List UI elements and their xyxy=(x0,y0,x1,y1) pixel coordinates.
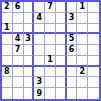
sudoku-cell-empty[interactable] xyxy=(2,34,13,45)
sudoku-cell-empty[interactable] xyxy=(56,88,67,99)
sudoku-cell-empty[interactable] xyxy=(56,45,67,56)
sudoku-cell-empty[interactable] xyxy=(34,45,45,56)
sudoku-cell-empty[interactable] xyxy=(77,77,88,88)
sudoku-cell-empty[interactable] xyxy=(88,67,99,78)
sudoku-cell-empty[interactable] xyxy=(13,67,24,78)
sudoku-cell-empty[interactable] xyxy=(56,67,67,78)
sudoku-cell-empty[interactable] xyxy=(56,13,67,24)
sudoku-cell-given: 1 xyxy=(2,24,13,35)
sudoku-cell-empty[interactable] xyxy=(34,34,45,45)
sudoku-cell-empty[interactable] xyxy=(88,2,99,13)
sudoku-cell-empty[interactable] xyxy=(45,34,56,45)
sudoku-cell-empty[interactable] xyxy=(45,45,56,56)
sudoku-cell-empty[interactable] xyxy=(77,45,88,56)
sudoku-cell-empty[interactable] xyxy=(2,88,13,99)
sudoku-cell-empty[interactable] xyxy=(56,56,67,67)
sudoku-cell-given: 3 xyxy=(67,13,78,24)
sudoku-cell-empty[interactable] xyxy=(2,45,13,56)
sudoku-cell-given: 8 xyxy=(2,67,13,78)
sudoku-cell-empty[interactable] xyxy=(34,56,45,67)
sudoku-cell-empty[interactable] xyxy=(67,24,78,35)
sudoku-cell-empty[interactable] xyxy=(24,67,35,78)
sudoku-cell-given: 1 xyxy=(45,56,56,67)
sudoku-cell-empty[interactable] xyxy=(2,77,13,88)
sudoku-cell-empty[interactable] xyxy=(88,24,99,35)
sudoku-cell-empty[interactable] xyxy=(45,77,56,88)
sudoku-cell-empty[interactable] xyxy=(77,88,88,99)
sudoku-cell-empty[interactable] xyxy=(13,56,24,67)
sudoku-cell-empty[interactable] xyxy=(24,13,35,24)
sudoku-cell-empty[interactable] xyxy=(77,13,88,24)
sudoku-cell-empty[interactable] xyxy=(88,45,99,56)
sudoku-cell-given: 2 xyxy=(2,2,13,13)
sudoku-cell-empty[interactable] xyxy=(56,77,67,88)
sudoku-cell-given: 3 xyxy=(34,77,45,88)
sudoku-cell-empty[interactable] xyxy=(24,24,35,35)
sudoku-cell-empty[interactable] xyxy=(77,24,88,35)
sudoku-cell-empty[interactable] xyxy=(67,56,78,67)
sudoku-cell-empty[interactable] xyxy=(13,13,24,24)
sudoku-cell-empty[interactable] xyxy=(56,34,67,45)
sudoku-cell-empty[interactable] xyxy=(13,88,24,99)
sudoku-cell-empty[interactable] xyxy=(88,56,99,67)
sudoku-cell-empty[interactable] xyxy=(24,45,35,56)
sudoku-cell-empty[interactable] xyxy=(45,24,56,35)
sudoku-cell-given: 6 xyxy=(67,45,78,56)
sudoku-cell-empty[interactable] xyxy=(45,67,56,78)
sudoku-cell-given: 6 xyxy=(13,2,24,13)
sudoku-cell-empty[interactable] xyxy=(77,34,88,45)
sudoku-cell-empty[interactable] xyxy=(34,24,45,35)
sudoku-cell-empty[interactable] xyxy=(67,67,78,78)
sudoku-cell-empty[interactable] xyxy=(67,77,78,88)
sudoku-cell-empty[interactable] xyxy=(24,77,35,88)
sudoku-cell-empty[interactable] xyxy=(34,67,45,78)
sudoku-board: 26714314357618239 xyxy=(0,0,101,101)
sudoku-cell-empty[interactable] xyxy=(2,56,13,67)
sudoku-cell-given: 1 xyxy=(77,2,88,13)
sudoku-cell-empty[interactable] xyxy=(45,88,56,99)
sudoku-cell-empty[interactable] xyxy=(2,13,13,24)
sudoku-cell-empty[interactable] xyxy=(24,88,35,99)
sudoku-cell-empty[interactable] xyxy=(45,13,56,24)
sudoku-cell-empty[interactable] xyxy=(88,88,99,99)
sudoku-cell-given: 2 xyxy=(77,67,88,78)
sudoku-cell-given: 7 xyxy=(13,45,24,56)
sudoku-cell-given: 5 xyxy=(67,34,78,45)
sudoku-cell-given: 9 xyxy=(34,88,45,99)
sudoku-cell-given: 7 xyxy=(45,2,56,13)
sudoku-cell-empty[interactable] xyxy=(88,77,99,88)
sudoku-cell-empty[interactable] xyxy=(88,13,99,24)
sudoku-cell-empty[interactable] xyxy=(67,88,78,99)
sudoku-cell-empty[interactable] xyxy=(24,56,35,67)
sudoku-cell-empty[interactable] xyxy=(56,2,67,13)
sudoku-cell-empty[interactable] xyxy=(34,2,45,13)
sudoku-cell-empty[interactable] xyxy=(77,56,88,67)
sudoku-cell-empty[interactable] xyxy=(24,2,35,13)
sudoku-cell-given: 4 xyxy=(34,13,45,24)
sudoku-cell-empty[interactable] xyxy=(13,77,24,88)
sudoku-cell-empty[interactable] xyxy=(56,24,67,35)
sudoku-cell-empty[interactable] xyxy=(88,34,99,45)
sudoku-cell-given: 3 xyxy=(24,34,35,45)
sudoku-cell-empty[interactable] xyxy=(13,24,24,35)
sudoku-cell-empty[interactable] xyxy=(67,2,78,13)
sudoku-cell-given: 4 xyxy=(13,34,24,45)
